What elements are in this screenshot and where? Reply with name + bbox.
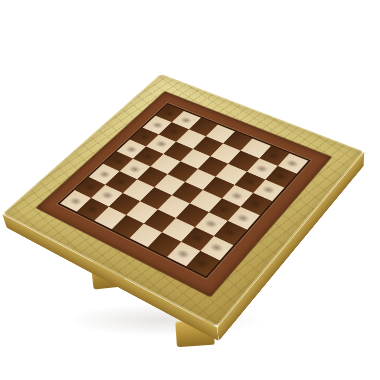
chess-set-product-photo: ♜♟♟♜♞♟♟♞♝♟♟♝♚♟♟♚♛♟♟♛♝♟♟♝♞♟♟♞♜♟♟♜ (0, 0, 380, 380)
camera-roll-wrap: ♜♟♟♜♞♟♟♞♝♟♟♝♚♟♟♚♛♟♟♛♝♟♟♝♞♟♟♞♜♟♟♜ (0, 0, 380, 380)
chess-board: ♜♟♟♜♞♟♟♞♝♟♟♝♚♟♟♚♛♟♟♛♝♟♟♝♞♟♟♞♜♟♟♜ (2, 74, 364, 327)
perspective-scene: ♜♟♟♜♞♟♟♞♝♟♟♝♚♟♟♚♛♟♟♛♝♟♟♝♞♟♟♞♜♟♟♜ (0, 0, 380, 380)
